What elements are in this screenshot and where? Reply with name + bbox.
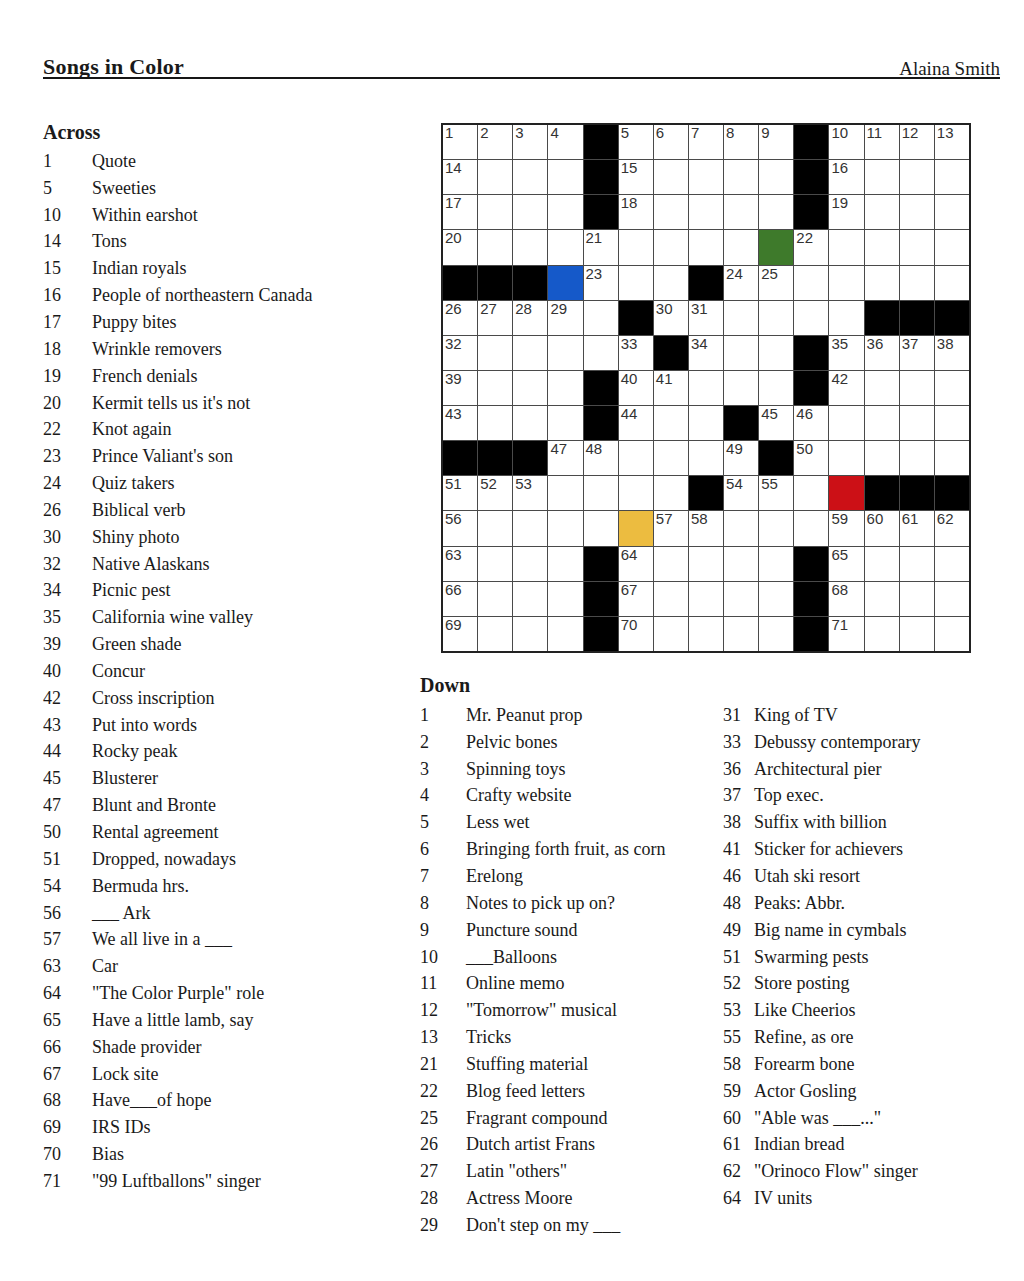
grid-cell[interactable]: 43: [443, 406, 477, 440]
grid-cell[interactable]: 64: [619, 547, 653, 581]
grid-cell[interactable]: [759, 617, 793, 651]
clue-row: 41Sticker for achievers: [723, 836, 1013, 863]
cell-number: 18: [621, 195, 638, 211]
grid-cell[interactable]: [513, 617, 547, 651]
cell-number: 23: [586, 266, 603, 282]
grid-cell[interactable]: 49: [724, 441, 758, 475]
clue-text: Blunt and Bronte: [92, 795, 433, 816]
cell-number: 52: [480, 476, 497, 492]
grid-cell[interactable]: [513, 336, 547, 370]
grid-cell[interactable]: 29: [548, 301, 582, 335]
grid-cell[interactable]: 34: [689, 336, 723, 370]
clue-row: 64"The Color Purple" role: [43, 980, 433, 1007]
grid-cell[interactable]: [513, 195, 547, 229]
grid-cell[interactable]: [689, 230, 723, 264]
grid-cell[interactable]: [513, 511, 547, 545]
clue-row: 53Like Cheerios: [723, 997, 1013, 1024]
grid-cell[interactable]: [584, 476, 618, 510]
clue-text: Sticker for achievers: [754, 839, 1013, 860]
grid-cell[interactable]: [900, 547, 934, 581]
grid-cell[interactable]: [865, 441, 899, 475]
grid-cell[interactable]: 55: [759, 476, 793, 510]
clue-number: 12: [420, 1000, 466, 1021]
clue-number: 3: [420, 759, 466, 780]
grid-cell[interactable]: [900, 266, 934, 300]
clue-row: 9Puncture sound: [420, 917, 720, 944]
clue-text: Biblical verb: [92, 500, 433, 521]
grid-cell[interactable]: [478, 160, 512, 194]
grid-cell[interactable]: [935, 266, 969, 300]
grid-cell[interactable]: [865, 547, 899, 581]
clue-text: Swarming pests: [754, 947, 1013, 968]
clue-text: Suffix with billion: [754, 812, 1013, 833]
cell-number: 39: [445, 371, 462, 387]
grid-cell-red: [829, 476, 863, 510]
grid-cell[interactable]: 70: [619, 617, 653, 651]
grid-cell[interactable]: [548, 336, 582, 370]
grid-cell[interactable]: [724, 336, 758, 370]
grid-cell[interactable]: [513, 582, 547, 616]
grid-cell[interactable]: [548, 230, 582, 264]
cell-number: 69: [445, 617, 462, 633]
clue-text: Green shade: [92, 634, 433, 655]
grid-cell[interactable]: [689, 441, 723, 475]
grid-cell[interactable]: 54: [724, 476, 758, 510]
grid-cell[interactable]: [759, 336, 793, 370]
grid-cell[interactable]: [724, 511, 758, 545]
grid-cell[interactable]: 53: [513, 476, 547, 510]
grid-cell[interactable]: 1: [443, 125, 477, 159]
grid-cell-black: [794, 195, 828, 229]
clue-number: 63: [43, 956, 92, 977]
grid-cell[interactable]: 68: [829, 582, 863, 616]
cell-number: 58: [691, 511, 708, 527]
clue-text: Puncture sound: [466, 920, 720, 941]
grid-cell[interactable]: 16: [829, 160, 863, 194]
grid-cell[interactable]: [689, 160, 723, 194]
grid-cell[interactable]: 62: [935, 511, 969, 545]
grid-cell[interactable]: [865, 371, 899, 405]
grid-cell[interactable]: [935, 371, 969, 405]
grid-cell[interactable]: [584, 336, 618, 370]
grid-cell[interactable]: [548, 511, 582, 545]
grid-cell[interactable]: [513, 371, 547, 405]
grid-cell[interactable]: [689, 617, 723, 651]
grid-cell[interactable]: [724, 160, 758, 194]
grid-cell[interactable]: [513, 547, 547, 581]
grid-cell[interactable]: [513, 160, 547, 194]
clue-number: 30: [43, 527, 92, 548]
grid-cell-black: [724, 406, 758, 440]
clue-text: Crafty website: [466, 785, 720, 806]
grid-cell[interactable]: 41: [654, 371, 688, 405]
grid-cell[interactable]: [689, 582, 723, 616]
clue-number: 26: [43, 500, 92, 521]
grid-cell[interactable]: 15: [619, 160, 653, 194]
grid-cell[interactable]: [548, 547, 582, 581]
grid-cell[interactable]: [478, 406, 512, 440]
clue-row: 26Dutch artist Frans: [420, 1132, 720, 1159]
clue-text: Picnic pest: [92, 580, 433, 601]
grid-cell[interactable]: [759, 160, 793, 194]
cell-number: 19: [831, 195, 848, 211]
grid-cell[interactable]: [584, 511, 618, 545]
clue-number: 56: [43, 903, 92, 924]
grid-cell[interactable]: 66: [443, 582, 477, 616]
clue-text: Indian royals: [92, 258, 433, 279]
grid-cell[interactable]: [654, 160, 688, 194]
grid-cell[interactable]: 63: [443, 547, 477, 581]
clue-number: 48: [723, 893, 754, 914]
cell-number: 13: [937, 125, 954, 141]
grid-cell[interactable]: 42: [829, 371, 863, 405]
grid-cell[interactable]: [654, 195, 688, 229]
grid-cell[interactable]: 32: [443, 336, 477, 370]
grid-cell-black: [443, 266, 477, 300]
clue-row: 43Put into words: [43, 712, 433, 739]
grid-cell[interactable]: [759, 371, 793, 405]
grid-cell[interactable]: [900, 617, 934, 651]
grid-cell[interactable]: 21: [584, 230, 618, 264]
grid-cell[interactable]: 71: [829, 617, 863, 651]
grid-cell[interactable]: [935, 547, 969, 581]
grid-cell[interactable]: [478, 511, 512, 545]
grid-cell[interactable]: 12: [900, 125, 934, 159]
clue-row: 16People of northeastern Canada: [43, 282, 433, 309]
clue-row: 51Swarming pests: [723, 944, 1013, 971]
clue-row: 59Actor Gosling: [723, 1078, 1013, 1105]
grid-cell[interactable]: [794, 301, 828, 335]
grid-cell[interactable]: 65: [829, 547, 863, 581]
grid-cell[interactable]: [513, 230, 547, 264]
grid-cell[interactable]: 9: [759, 125, 793, 159]
grid-cell[interactable]: 58: [689, 511, 723, 545]
clue-row: 10Within earshot: [43, 202, 433, 229]
grid-cell-black: [759, 441, 793, 475]
clue-text: Stuffing material: [466, 1054, 720, 1075]
grid-cell[interactable]: 46: [794, 406, 828, 440]
clue-row: 52Store posting: [723, 970, 1013, 997]
clue-text: Prince Valiant's son: [92, 446, 433, 467]
grid-cell[interactable]: [724, 371, 758, 405]
clue-text: IRS IDs: [92, 1117, 433, 1138]
grid-cell[interactable]: 45: [759, 406, 793, 440]
cell-number: 48: [586, 441, 603, 457]
grid-cell[interactable]: [478, 617, 512, 651]
grid-cell[interactable]: [619, 476, 653, 510]
grid-cell-black: [584, 160, 618, 194]
grid-cell[interactable]: [829, 406, 863, 440]
grid-cell[interactable]: [865, 582, 899, 616]
cell-number: 53: [515, 476, 532, 492]
grid-cell[interactable]: 61: [900, 511, 934, 545]
grid-cell[interactable]: [724, 301, 758, 335]
cell-number: 25: [761, 266, 778, 282]
grid-cell[interactable]: [654, 230, 688, 264]
grid-cell[interactable]: 31: [689, 301, 723, 335]
grid-cell[interactable]: 33: [619, 336, 653, 370]
grid-cell[interactable]: [900, 582, 934, 616]
grid-cell[interactable]: [900, 441, 934, 475]
grid-cell[interactable]: [935, 406, 969, 440]
grid-cell[interactable]: [865, 617, 899, 651]
clue-row: 8Notes to pick up on?: [420, 890, 720, 917]
grid-cell[interactable]: [548, 582, 582, 616]
grid-cell[interactable]: [865, 266, 899, 300]
cell-number: 22: [796, 230, 813, 246]
clue-text: IV units: [754, 1188, 1013, 1209]
grid-cell[interactable]: 36: [865, 336, 899, 370]
grid-cell[interactable]: [759, 547, 793, 581]
grid-cell[interactable]: [689, 406, 723, 440]
grid-cell[interactable]: [548, 406, 582, 440]
grid-cell[interactable]: 20: [443, 230, 477, 264]
grid-cell[interactable]: [900, 195, 934, 229]
clue-text: Less wet: [466, 812, 720, 833]
clue-text: Mr. Peanut prop: [466, 705, 720, 726]
grid-cell[interactable]: 52: [478, 476, 512, 510]
grid-cell[interactable]: [478, 371, 512, 405]
clue-text: Within earshot: [92, 205, 433, 226]
grid-cell[interactable]: 56: [443, 511, 477, 545]
grid-cell[interactable]: [548, 617, 582, 651]
grid-cell[interactable]: 27: [478, 301, 512, 335]
grid-cell[interactable]: 57: [654, 511, 688, 545]
grid-cell[interactable]: 24: [724, 266, 758, 300]
grid-cell[interactable]: [548, 371, 582, 405]
clue-number: 5: [420, 812, 466, 833]
grid-cell[interactable]: [935, 230, 969, 264]
grid-cell[interactable]: [654, 266, 688, 300]
grid-cell[interactable]: [865, 195, 899, 229]
grid-cell[interactable]: 7: [689, 125, 723, 159]
clue-number: 42: [43, 688, 92, 709]
grid-cell-black: [865, 476, 899, 510]
grid-cell[interactable]: 6: [654, 125, 688, 159]
grid-cell[interactable]: [478, 547, 512, 581]
clue-number: 49: [723, 920, 754, 941]
grid-cell[interactable]: [654, 547, 688, 581]
grid-cell[interactable]: [548, 195, 582, 229]
grid-cell[interactable]: [759, 511, 793, 545]
down-header: Down: [420, 674, 470, 697]
grid-cell[interactable]: [689, 371, 723, 405]
grid-cell[interactable]: [654, 582, 688, 616]
cell-number: 29: [550, 301, 567, 317]
grid-cell[interactable]: 51: [443, 476, 477, 510]
clue-number: 58: [723, 1054, 754, 1075]
grid-cell-black: [794, 336, 828, 370]
grid-cell[interactable]: 14: [443, 160, 477, 194]
grid-cell[interactable]: [935, 617, 969, 651]
clue-row: 46Utah ski resort: [723, 863, 1013, 890]
grid-cell-black: [478, 266, 512, 300]
grid-cell[interactable]: 13: [935, 125, 969, 159]
clue-number: 19: [43, 366, 92, 387]
grid-cell[interactable]: 4: [548, 125, 582, 159]
cell-number: 7: [691, 125, 699, 141]
grid-cell[interactable]: [724, 582, 758, 616]
clue-number: 62: [723, 1161, 754, 1182]
clue-text: Spinning toys: [466, 759, 720, 780]
grid-cell[interactable]: 19: [829, 195, 863, 229]
clue-text: Bermuda hrs.: [92, 876, 433, 897]
cell-number: 47: [550, 441, 567, 457]
clue-text: Bias: [92, 1144, 433, 1165]
clue-number: 65: [43, 1010, 92, 1031]
grid-cell[interactable]: 23: [584, 266, 618, 300]
clue-number: 4: [420, 785, 466, 806]
grid-cell[interactable]: [900, 230, 934, 264]
clue-number: 55: [723, 1027, 754, 1048]
grid-cell[interactable]: 25: [759, 266, 793, 300]
grid-cell[interactable]: [900, 160, 934, 194]
cell-number: 56: [445, 511, 462, 527]
grid-cell[interactable]: [829, 301, 863, 335]
grid-cell[interactable]: [654, 406, 688, 440]
grid-cell[interactable]: 35: [829, 336, 863, 370]
grid-cell[interactable]: [724, 547, 758, 581]
header-rule: [43, 77, 1000, 79]
clue-text: Architectural pier: [754, 759, 1013, 780]
grid-cell[interactable]: [794, 476, 828, 510]
clue-number: 37: [723, 785, 754, 806]
cell-number: 11: [867, 125, 883, 141]
grid-cell[interactable]: [759, 195, 793, 229]
grid-cell-black: [584, 371, 618, 405]
grid-cell[interactable]: [548, 160, 582, 194]
clue-text: Shade provider: [92, 1037, 433, 1058]
clue-number: 21: [420, 1054, 466, 1075]
grid-cell[interactable]: 38: [935, 336, 969, 370]
grid-cell[interactable]: [478, 195, 512, 229]
grid-cell-black: [654, 336, 688, 370]
grid-cell[interactable]: [513, 406, 547, 440]
grid-cell[interactable]: 47: [548, 441, 582, 475]
grid-cell[interactable]: [654, 476, 688, 510]
grid-cell[interactable]: 5: [619, 125, 653, 159]
clue-row: 32Native Alaskans: [43, 551, 433, 578]
grid-cell[interactable]: 50: [794, 441, 828, 475]
grid-cell[interactable]: 10: [829, 125, 863, 159]
grid-cell[interactable]: [759, 582, 793, 616]
grid-cell-black: [689, 266, 723, 300]
clue-number: 1: [420, 705, 466, 726]
grid-cell[interactable]: [865, 406, 899, 440]
grid-cell[interactable]: [935, 195, 969, 229]
cell-number: 70: [621, 617, 638, 633]
cell-number: 4: [550, 125, 558, 141]
clue-number: 66: [43, 1037, 92, 1058]
grid-cell[interactable]: 22: [794, 230, 828, 264]
grid-cell[interactable]: [724, 230, 758, 264]
clue-row: 69IRS IDs: [43, 1114, 433, 1141]
grid-cell[interactable]: 8: [724, 125, 758, 159]
grid-cell[interactable]: [724, 195, 758, 229]
grid-cell[interactable]: [548, 476, 582, 510]
grid-cell[interactable]: [619, 230, 653, 264]
clue-text: Have___of hope: [92, 1090, 433, 1111]
grid-cell[interactable]: [478, 582, 512, 616]
clue-text: Actress Moore: [466, 1188, 720, 1209]
grid-cell[interactable]: 39: [443, 371, 477, 405]
grid-cell[interactable]: [724, 617, 758, 651]
grid-cell[interactable]: [654, 441, 688, 475]
clue-number: 7: [420, 866, 466, 887]
grid-cell[interactable]: [759, 301, 793, 335]
grid-cell[interactable]: [900, 406, 934, 440]
cell-number: 1: [445, 125, 453, 141]
clue-row: 42Cross inscription: [43, 685, 433, 712]
grid-cell[interactable]: [829, 441, 863, 475]
cell-number: 50: [796, 441, 813, 457]
clue-row: 24Quiz takers: [43, 470, 433, 497]
grid-cell[interactable]: 40: [619, 371, 653, 405]
grid-cell[interactable]: [865, 230, 899, 264]
clue-number: 67: [43, 1064, 92, 1085]
grid-cell-black: [619, 301, 653, 335]
clue-text: Indian bread: [754, 1134, 1013, 1155]
clue-row: 61Indian bread: [723, 1132, 1013, 1159]
grid-cell[interactable]: [619, 441, 653, 475]
grid-cell[interactable]: 30: [654, 301, 688, 335]
grid-cell[interactable]: 26: [443, 301, 477, 335]
grid-cell[interactable]: 18: [619, 195, 653, 229]
grid-cell[interactable]: 59: [829, 511, 863, 545]
grid-cell[interactable]: 17: [443, 195, 477, 229]
clue-row: 37Top exec.: [723, 783, 1013, 810]
grid-cell[interactable]: 2: [478, 125, 512, 159]
grid-cell-green: [759, 230, 793, 264]
crossword-grid: 1234567891011121314151617181920212223242…: [441, 123, 971, 653]
grid-cell[interactable]: [478, 230, 512, 264]
grid-cell[interactable]: [478, 336, 512, 370]
grid-cell[interactable]: 44: [619, 406, 653, 440]
grid-cell[interactable]: 37: [900, 336, 934, 370]
cell-number: 38: [937, 336, 954, 352]
grid-cell[interactable]: [689, 195, 723, 229]
grid-cell[interactable]: [865, 160, 899, 194]
clue-text: We all live in a ___: [92, 929, 433, 950]
grid-cell[interactable]: [689, 547, 723, 581]
grid-cell[interactable]: 67: [619, 582, 653, 616]
grid-cell-black: [513, 441, 547, 475]
grid-cell[interactable]: [829, 230, 863, 264]
grid-cell[interactable]: 11: [865, 125, 899, 159]
clue-row: 34Picnic pest: [43, 578, 433, 605]
grid-cell[interactable]: [584, 301, 618, 335]
grid-cell[interactable]: [794, 511, 828, 545]
cell-number: 31: [691, 301, 708, 317]
grid-cell[interactable]: [619, 266, 653, 300]
clue-row: 20Kermit tells us it's not: [43, 390, 433, 417]
grid-cell[interactable]: 48: [584, 441, 618, 475]
grid-cell[interactable]: [794, 266, 828, 300]
clue-number: 43: [43, 715, 92, 736]
grid-cell[interactable]: [935, 582, 969, 616]
clue-text: Like Cheerios: [754, 1000, 1013, 1021]
grid-cell[interactable]: [654, 617, 688, 651]
grid-cell[interactable]: [829, 266, 863, 300]
grid-cell[interactable]: [935, 160, 969, 194]
grid-cell[interactable]: 69: [443, 617, 477, 651]
grid-cell[interactable]: [900, 371, 934, 405]
grid-cell[interactable]: 3: [513, 125, 547, 159]
grid-cell[interactable]: [935, 441, 969, 475]
grid-cell[interactable]: 28: [513, 301, 547, 335]
grid-cell-black: [443, 441, 477, 475]
grid-cell[interactable]: 60: [865, 511, 899, 545]
